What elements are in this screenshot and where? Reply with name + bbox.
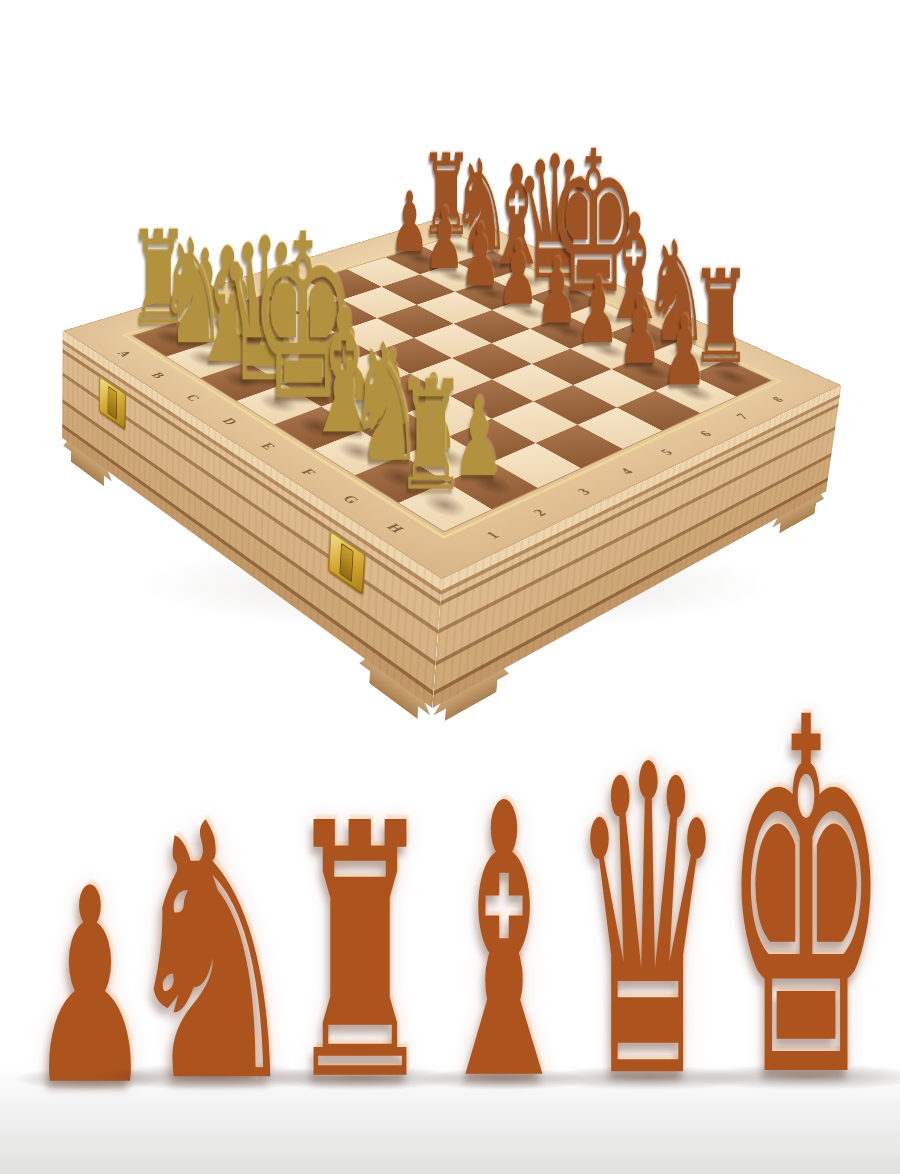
box-foot xyxy=(63,439,112,492)
rank-label-7: 7 xyxy=(733,412,752,421)
brass-clasp-icon[interactable] xyxy=(328,530,366,596)
rank-label-4: 4 xyxy=(617,466,637,476)
rank-label-3: 3 xyxy=(574,486,594,497)
rank-label-6: 6 xyxy=(696,429,715,439)
file-label-g: G xyxy=(339,493,363,505)
rank-label-5: 5 xyxy=(657,447,677,457)
board-photo-scene: ♜♞♝♛♚♝♞♜♟♟♟♟♟♟♟♟♟♟♟♟♟♟♟♟♜♞♝♛♚♝♞♜ ABCDEFG… xyxy=(0,0,900,700)
rank-label-8: 8 xyxy=(768,395,787,404)
black-pawn[interactable]: ♟ xyxy=(497,228,538,316)
black-pawn[interactable]: ♟ xyxy=(460,212,501,298)
black-pawn[interactable]: ♟ xyxy=(390,180,429,263)
chess-set-photo: { "game": "chess", "scene": "wooden box … xyxy=(0,0,900,1174)
file-label-a: A xyxy=(114,349,135,358)
file-label-f: F xyxy=(298,467,320,477)
rank-label-1: 1 xyxy=(483,529,504,541)
file-label-d: D xyxy=(219,416,241,426)
black-pawn[interactable]: ♟ xyxy=(662,302,707,398)
black-pawn[interactable]: ♟ xyxy=(618,283,662,377)
file-label-h: H xyxy=(383,522,408,535)
file-label-b: B xyxy=(148,371,169,380)
file-label-e: E xyxy=(257,441,279,451)
black-pawn[interactable]: ♟ xyxy=(536,246,578,336)
brass-clasp-icon[interactable] xyxy=(99,375,126,430)
black-pawn[interactable]: ♟ xyxy=(576,264,619,356)
file-label-c: C xyxy=(182,393,204,403)
box-foot xyxy=(771,492,825,538)
black-pawn[interactable]: ♟ xyxy=(425,196,465,281)
rank-label-2: 2 xyxy=(530,507,551,518)
white-rook[interactable]: ♜ xyxy=(395,360,466,512)
chess-box: ♜♞♝♛♚♝♞♜♟♟♟♟♟♟♟♟♟♟♟♟♟♟♟♟♜♞♝♛♚♝♞♜ ABCDEFG… xyxy=(63,213,842,580)
floor-gradient xyxy=(0,1062,900,1174)
